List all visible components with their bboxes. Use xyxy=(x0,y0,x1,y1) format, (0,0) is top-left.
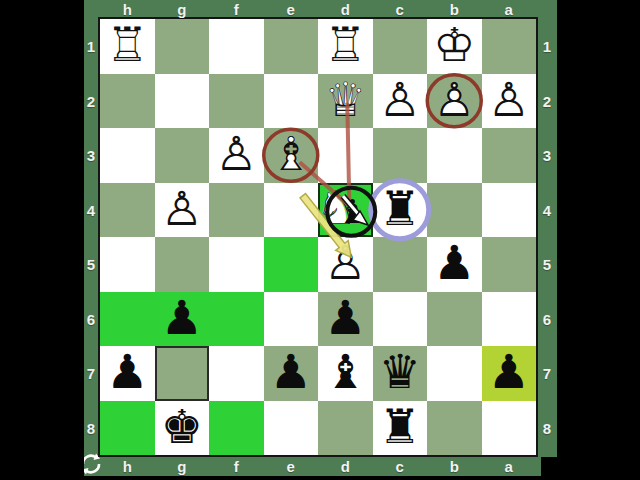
square-f8[interactable] xyxy=(209,401,264,456)
square-g1[interactable] xyxy=(155,19,210,74)
square-b8[interactable] xyxy=(427,401,482,456)
piece-black-queen-c7[interactable]: ♛ xyxy=(373,346,428,401)
rank-label-right-6: 6 xyxy=(543,310,551,327)
piece-black-bishop-d4[interactable]: ♝ xyxy=(318,183,373,238)
square-a5[interactable] xyxy=(482,237,537,292)
square-h5[interactable] xyxy=(100,237,155,292)
square-f4[interactable] xyxy=(209,183,264,238)
corner-notch xyxy=(541,457,557,476)
square-c6[interactable] xyxy=(373,292,428,347)
chess-board: ♜♖♜♖♚♔♛♕♟♙♟♙♟♙♟♙♝♗♟♙♞♘♝♜♟♙♟♟♟♟♟♝♛♟♚♜ xyxy=(98,17,538,457)
square-g6[interactable]: ♟ xyxy=(155,292,210,347)
square-a1[interactable] xyxy=(482,19,537,74)
square-g3[interactable] xyxy=(155,128,210,183)
square-d8[interactable] xyxy=(318,401,373,456)
rank-label-right-8: 8 xyxy=(543,419,551,436)
square-e3[interactable]: ♝♗ xyxy=(264,128,319,183)
square-a2[interactable]: ♟♙ xyxy=(482,74,537,129)
square-f2[interactable] xyxy=(209,74,264,129)
piece-white-pawn-c2[interactable]: ♟♙ xyxy=(373,74,428,129)
square-a6[interactable] xyxy=(482,292,537,347)
square-e2[interactable] xyxy=(264,74,319,129)
square-f7[interactable] xyxy=(209,346,264,401)
square-g4[interactable]: ♟♙ xyxy=(155,183,210,238)
square-c2[interactable]: ♟♙ xyxy=(373,74,428,129)
square-c3[interactable] xyxy=(373,128,428,183)
piece-white-pawn-d5[interactable]: ♟♙ xyxy=(318,237,373,292)
square-d6[interactable]: ♟ xyxy=(318,292,373,347)
rank-label-left-6: 6 xyxy=(87,310,95,327)
rank-label-right-1: 1 xyxy=(543,38,551,55)
square-b2[interactable]: ♟♙ xyxy=(427,74,482,129)
piece-white-bishop-e3[interactable]: ♝♗ xyxy=(264,128,319,183)
piece-white-pawn-f3[interactable]: ♟♙ xyxy=(209,128,264,183)
square-d2[interactable]: ♛♕ xyxy=(318,74,373,129)
square-e5[interactable] xyxy=(264,237,319,292)
square-h7[interactable]: ♟ xyxy=(100,346,155,401)
file-label-top-e: e xyxy=(287,1,295,18)
square-f1[interactable] xyxy=(209,19,264,74)
square-e4[interactable] xyxy=(264,183,319,238)
piece-black-pawn-g6[interactable]: ♟ xyxy=(155,292,210,347)
square-e7[interactable]: ♟ xyxy=(264,346,319,401)
piece-black-pawn-e7[interactable]: ♟ xyxy=(264,346,319,401)
file-label-bottom-f: f xyxy=(234,458,239,475)
piece-black-bishop-d7[interactable]: ♝ xyxy=(318,346,373,401)
square-a8[interactable] xyxy=(482,401,537,456)
file-label-top-f: f xyxy=(234,1,239,18)
square-d1[interactable]: ♜♖ xyxy=(318,19,373,74)
square-g2[interactable] xyxy=(155,74,210,129)
square-g5[interactable] xyxy=(155,237,210,292)
piece-white-king-b1[interactable]: ♚♔ xyxy=(427,19,482,74)
piece-white-knight-d4[interactable]: ♞♘ xyxy=(318,183,373,238)
rank-label-right-7: 7 xyxy=(543,365,551,382)
square-h2[interactable] xyxy=(100,74,155,129)
square-e8[interactable] xyxy=(264,401,319,456)
square-b3[interactable] xyxy=(427,128,482,183)
square-h4[interactable] xyxy=(100,183,155,238)
square-d3[interactable] xyxy=(318,128,373,183)
square-e6[interactable] xyxy=(264,292,319,347)
square-f6[interactable] xyxy=(209,292,264,347)
square-b1[interactable]: ♚♔ xyxy=(427,19,482,74)
file-label-top-a: a xyxy=(505,1,513,18)
square-b5[interactable]: ♟ xyxy=(427,237,482,292)
piece-white-pawn-b2[interactable]: ♟♙ xyxy=(427,74,482,129)
rank-label-right-5: 5 xyxy=(543,256,551,273)
rank-label-right-2: 2 xyxy=(543,92,551,109)
square-f5[interactable] xyxy=(209,237,264,292)
square-c4[interactable]: ♜ xyxy=(373,183,428,238)
file-label-bottom-a: a xyxy=(505,458,513,475)
square-b6[interactable] xyxy=(427,292,482,347)
file-label-top-d: d xyxy=(341,1,350,18)
square-e1[interactable] xyxy=(264,19,319,74)
square-c5[interactable] xyxy=(373,237,428,292)
file-label-bottom-g: g xyxy=(177,458,186,475)
square-c7[interactable]: ♛ xyxy=(373,346,428,401)
piece-black-pawn-b5[interactable]: ♟ xyxy=(427,237,482,292)
square-h3[interactable] xyxy=(100,128,155,183)
rank-label-left-8: 8 xyxy=(87,419,95,436)
square-a4[interactable] xyxy=(482,183,537,238)
file-label-bottom-e: e xyxy=(287,458,295,475)
rank-label-left-3: 3 xyxy=(87,147,95,164)
rank-label-left-4: 4 xyxy=(87,201,95,218)
piece-black-pawn-d6[interactable]: ♟ xyxy=(318,292,373,347)
rank-label-left-7: 7 xyxy=(87,365,95,382)
file-label-bottom-c: c xyxy=(396,458,404,475)
square-a7[interactable]: ♟ xyxy=(482,346,537,401)
piece-white-queen-d2[interactable]: ♛♕ xyxy=(318,74,373,129)
square-g8[interactable]: ♚ xyxy=(155,401,210,456)
piece-black-pawn-h7[interactable]: ♟ xyxy=(100,346,155,401)
file-label-bottom-d: d xyxy=(341,458,350,475)
square-b7[interactable] xyxy=(427,346,482,401)
square-d5[interactable]: ♟♙ xyxy=(318,237,373,292)
piece-black-pawn-a7[interactable]: ♟ xyxy=(482,346,537,401)
square-d4[interactable]: ♞♘♝ xyxy=(318,183,373,238)
file-label-top-b: b xyxy=(450,1,459,18)
file-label-top-h: h xyxy=(123,1,132,18)
file-label-bottom-b: b xyxy=(450,458,459,475)
rank-label-left-2: 2 xyxy=(87,92,95,109)
square-c8[interactable]: ♜ xyxy=(373,401,428,456)
square-b4[interactable] xyxy=(427,183,482,238)
piece-white-pawn-a2[interactable]: ♟♙ xyxy=(482,74,537,129)
piece-black-rook-c4[interactable]: ♜ xyxy=(373,183,428,238)
square-h1[interactable]: ♜♖ xyxy=(100,19,155,74)
rank-label-right-4: 4 xyxy=(543,201,551,218)
rank-label-left-1: 1 xyxy=(87,38,95,55)
file-label-top-c: c xyxy=(396,1,404,18)
piece-white-rook-h1[interactable]: ♜♖ xyxy=(100,19,155,74)
square-g7[interactable] xyxy=(155,346,210,401)
square-c1[interactable] xyxy=(373,19,428,74)
rank-label-right-3: 3 xyxy=(543,147,551,164)
piece-white-rook-d1[interactable]: ♜♖ xyxy=(318,19,373,74)
square-a3[interactable] xyxy=(482,128,537,183)
square-h6[interactable] xyxy=(100,292,155,347)
square-d7[interactable]: ♝ xyxy=(318,346,373,401)
square-f3[interactable]: ♟♙ xyxy=(209,128,264,183)
chess-video-frame: ♜♖♜♖♚♔♛♕♟♙♟♙♟♙♟♙♝♗♟♙♞♘♝♜♟♙♟♟♟♟♟♝♛♟♚♜ hhg… xyxy=(0,0,640,480)
square-h8[interactable] xyxy=(100,401,155,456)
piece-white-pawn-g4[interactable]: ♟♙ xyxy=(155,183,210,238)
piece-black-rook-c8[interactable]: ♜ xyxy=(373,401,428,456)
file-label-top-g: g xyxy=(177,1,186,18)
piece-black-king-g8[interactable]: ♚ xyxy=(155,401,210,456)
rank-label-left-5: 5 xyxy=(87,256,95,273)
file-label-bottom-h: h xyxy=(123,458,132,475)
